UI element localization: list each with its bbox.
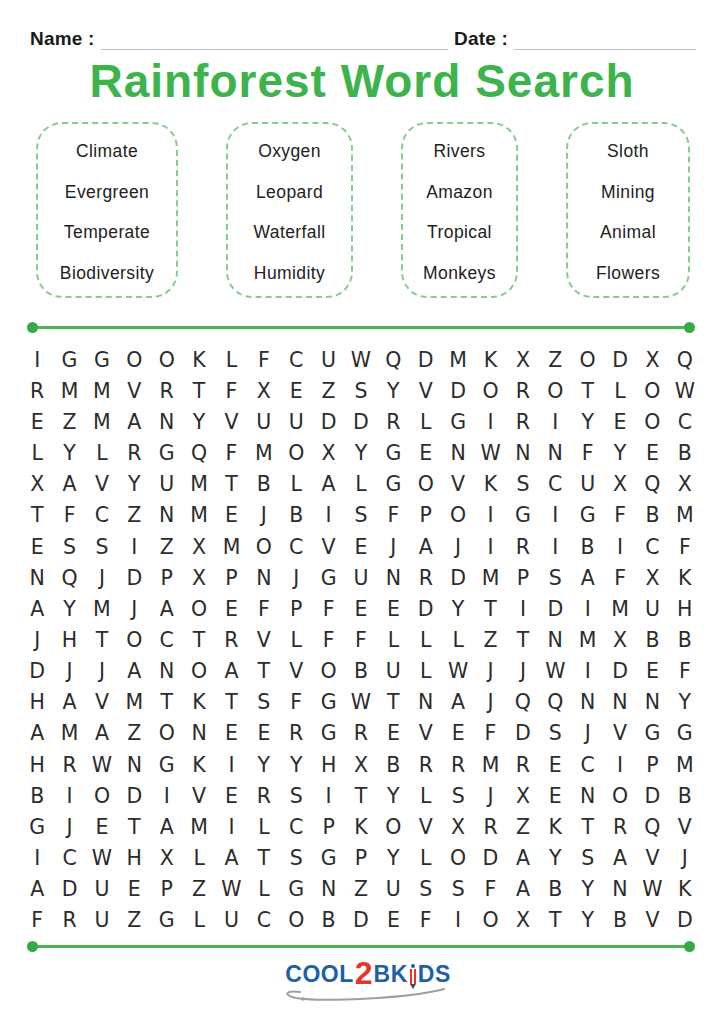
grid-cell[interactable]: K xyxy=(183,687,215,718)
grid-cell[interactable]: R xyxy=(507,375,539,406)
grid-cell[interactable]: A xyxy=(442,687,474,718)
grid-cell[interactable]: Y xyxy=(183,406,215,437)
grid-cell[interactable]: X xyxy=(604,469,636,500)
grid-cell[interactable]: J xyxy=(248,500,280,531)
grid-cell[interactable]: Y xyxy=(604,437,636,468)
grid-cell[interactable]: L xyxy=(345,469,377,500)
grid-cell[interactable]: L xyxy=(280,469,312,500)
grid-cell[interactable]: N xyxy=(571,780,603,811)
grid-cell[interactable]: J xyxy=(442,531,474,562)
grid-cell[interactable]: F xyxy=(53,500,85,531)
grid-cell[interactable]: V xyxy=(183,780,215,811)
grid-cell[interactable]: N xyxy=(604,687,636,718)
grid-cell[interactable]: X xyxy=(604,624,636,655)
grid-cell[interactable]: J xyxy=(474,780,506,811)
grid-cell[interactable]: K xyxy=(183,749,215,780)
grid-cell[interactable]: M xyxy=(571,624,603,655)
grid-cell[interactable]: J xyxy=(474,656,506,687)
grid-cell[interactable]: S xyxy=(345,375,377,406)
grid-cell[interactable]: A xyxy=(53,469,85,500)
grid-cell[interactable]: T xyxy=(86,624,118,655)
grid-cell[interactable]: H xyxy=(21,687,53,718)
grid-cell[interactable]: M xyxy=(442,344,474,375)
grid-cell[interactable]: A xyxy=(312,469,344,500)
grid-cell[interactable]: A xyxy=(151,811,183,842)
grid-cell[interactable]: D xyxy=(345,905,377,936)
grid-cell[interactable]: Z xyxy=(539,344,571,375)
grid-cell[interactable]: S xyxy=(539,562,571,593)
grid-cell[interactable]: O xyxy=(636,406,668,437)
grid-cell[interactable]: R xyxy=(345,718,377,749)
grid-cell[interactable]: I xyxy=(604,531,636,562)
grid-cell[interactable]: J xyxy=(571,718,603,749)
grid-cell[interactable]: F xyxy=(248,344,280,375)
grid-cell[interactable]: O xyxy=(248,531,280,562)
grid-cell[interactable]: L xyxy=(248,811,280,842)
grid-cell[interactable]: T xyxy=(248,656,280,687)
grid-cell[interactable]: B xyxy=(571,531,603,562)
grid-cell[interactable]: H xyxy=(21,749,53,780)
grid-cell[interactable]: Y xyxy=(377,843,409,874)
grid-cell[interactable]: V xyxy=(86,469,118,500)
grid-cell[interactable]: E xyxy=(215,500,247,531)
grid-cell[interactable]: G xyxy=(151,437,183,468)
grid-cell[interactable]: A xyxy=(53,687,85,718)
grid-cell[interactable]: P xyxy=(345,843,377,874)
grid-cell[interactable]: O xyxy=(183,656,215,687)
grid-cell[interactable]: R xyxy=(280,718,312,749)
grid-cell[interactable]: R xyxy=(507,749,539,780)
grid-cell[interactable]: E xyxy=(248,718,280,749)
grid-cell[interactable]: O xyxy=(571,344,603,375)
grid-cell[interactable]: M xyxy=(669,749,701,780)
grid-cell[interactable]: E xyxy=(215,780,247,811)
grid-cell[interactable]: S xyxy=(571,843,603,874)
grid-cell[interactable]: O xyxy=(474,905,506,936)
grid-cell[interactable]: N xyxy=(410,687,442,718)
grid-cell[interactable]: A xyxy=(21,718,53,749)
grid-cell[interactable]: W xyxy=(86,843,118,874)
grid-cell[interactable]: W xyxy=(442,656,474,687)
grid-cell[interactable]: N xyxy=(377,562,409,593)
grid-cell[interactable]: P xyxy=(410,500,442,531)
grid-cell[interactable]: E xyxy=(410,437,442,468)
grid-cell[interactable]: F xyxy=(474,874,506,905)
grid-cell[interactable]: D xyxy=(539,593,571,624)
grid-cell[interactable]: I xyxy=(21,344,53,375)
grid-cell[interactable]: O xyxy=(280,437,312,468)
grid-cell[interactable]: Y xyxy=(442,593,474,624)
grid-cell[interactable]: T xyxy=(118,811,150,842)
grid-cell[interactable]: V xyxy=(118,375,150,406)
grid-cell[interactable]: D xyxy=(636,780,668,811)
grid-cell[interactable]: V xyxy=(410,718,442,749)
grid-cell[interactable]: E xyxy=(636,656,668,687)
grid-cell[interactable]: O xyxy=(604,780,636,811)
grid-cell[interactable]: X xyxy=(636,344,668,375)
grid-cell[interactable]: I xyxy=(539,500,571,531)
grid-cell[interactable]: F xyxy=(312,624,344,655)
grid-cell[interactable]: M xyxy=(183,500,215,531)
grid-cell[interactable]: V xyxy=(312,531,344,562)
grid-cell[interactable]: F xyxy=(604,562,636,593)
grid-cell[interactable]: F xyxy=(280,687,312,718)
grid-cell[interactable]: N xyxy=(571,687,603,718)
grid-cell[interactable]: H xyxy=(118,843,150,874)
grid-cell[interactable]: S xyxy=(442,780,474,811)
grid-cell[interactable]: K xyxy=(474,344,506,375)
grid-cell[interactable]: I xyxy=(118,531,150,562)
grid-cell[interactable]: A xyxy=(604,843,636,874)
grid-cell[interactable]: X xyxy=(636,562,668,593)
grid-cell[interactable]: W xyxy=(215,874,247,905)
grid-cell[interactable]: D xyxy=(312,406,344,437)
grid-cell[interactable]: L xyxy=(86,437,118,468)
grid-cell[interactable]: X xyxy=(151,843,183,874)
grid-cell[interactable]: X xyxy=(345,749,377,780)
grid-cell[interactable]: R xyxy=(53,905,85,936)
grid-cell[interactable]: K xyxy=(345,811,377,842)
grid-cell[interactable]: A xyxy=(507,874,539,905)
grid-cell[interactable]: R xyxy=(410,749,442,780)
grid-cell[interactable]: G xyxy=(442,406,474,437)
grid-cell[interactable]: J xyxy=(118,593,150,624)
grid-cell[interactable]: C xyxy=(571,749,603,780)
grid-cell[interactable]: O xyxy=(442,500,474,531)
grid-cell[interactable]: V xyxy=(636,843,668,874)
grid-cell[interactable]: G xyxy=(312,687,344,718)
grid-cell[interactable]: L xyxy=(410,656,442,687)
grid-cell[interactable]: Z xyxy=(151,531,183,562)
grid-cell[interactable]: O xyxy=(636,375,668,406)
grid-cell[interactable]: P xyxy=(280,593,312,624)
grid-cell[interactable]: O xyxy=(86,780,118,811)
grid-cell[interactable]: K xyxy=(183,344,215,375)
grid-cell[interactable]: Y xyxy=(280,749,312,780)
grid-cell[interactable]: B xyxy=(248,469,280,500)
grid-cell[interactable]: N xyxy=(151,406,183,437)
grid-cell[interactable]: Q xyxy=(669,344,701,375)
grid-cell[interactable]: U xyxy=(377,656,409,687)
grid-cell[interactable]: R xyxy=(21,375,53,406)
grid-cell[interactable]: M xyxy=(86,375,118,406)
grid-cell[interactable]: B xyxy=(669,624,701,655)
grid-cell[interactable]: U xyxy=(345,562,377,593)
grid-cell[interactable]: E xyxy=(604,406,636,437)
grid-cell[interactable]: Y xyxy=(571,874,603,905)
grid-cell[interactable]: A xyxy=(410,531,442,562)
date-input-line[interactable] xyxy=(514,30,696,50)
grid-cell[interactable]: B xyxy=(345,656,377,687)
grid-cell[interactable]: I xyxy=(604,749,636,780)
grid-cell[interactable]: U xyxy=(377,874,409,905)
grid-cell[interactable]: G xyxy=(377,437,409,468)
grid-cell[interactable]: T xyxy=(539,905,571,936)
grid-cell[interactable]: E xyxy=(442,718,474,749)
grid-cell[interactable]: D xyxy=(53,874,85,905)
grid-cell[interactable]: V xyxy=(86,687,118,718)
grid-cell[interactable]: R xyxy=(410,562,442,593)
grid-cell[interactable]: L xyxy=(410,624,442,655)
grid-cell[interactable]: R xyxy=(215,624,247,655)
grid-cell[interactable]: M xyxy=(183,469,215,500)
grid-cell[interactable]: O xyxy=(118,624,150,655)
grid-cell[interactable]: D xyxy=(474,843,506,874)
grid-cell[interactable]: L xyxy=(442,624,474,655)
grid-cell[interactable]: I xyxy=(21,843,53,874)
grid-cell[interactable]: J xyxy=(53,811,85,842)
grid-cell[interactable]: F xyxy=(571,437,603,468)
grid-cell[interactable]: P xyxy=(151,562,183,593)
grid-cell[interactable]: Z xyxy=(118,905,150,936)
grid-cell[interactable]: S xyxy=(507,469,539,500)
grid-cell[interactable]: V xyxy=(215,406,247,437)
grid-cell[interactable]: L xyxy=(377,624,409,655)
grid-cell[interactable]: B xyxy=(280,500,312,531)
grid-cell[interactable]: E xyxy=(539,780,571,811)
grid-cell[interactable]: L xyxy=(410,780,442,811)
grid-cell[interactable]: R xyxy=(118,437,150,468)
grid-cell[interactable]: D xyxy=(442,562,474,593)
grid-cell[interactable]: X xyxy=(507,905,539,936)
grid-cell[interactable]: T xyxy=(507,624,539,655)
grid-cell[interactable]: A xyxy=(118,406,150,437)
grid-cell[interactable]: F xyxy=(669,531,701,562)
grid-cell[interactable]: U xyxy=(312,344,344,375)
grid-cell[interactable]: X xyxy=(312,437,344,468)
grid-cell[interactable]: M xyxy=(53,375,85,406)
grid-cell[interactable]: E xyxy=(215,593,247,624)
grid-cell[interactable]: T xyxy=(571,811,603,842)
grid-cell[interactable]: G xyxy=(571,500,603,531)
grid-cell[interactable]: I xyxy=(507,593,539,624)
grid-cell[interactable]: G xyxy=(312,562,344,593)
grid-cell[interactable]: P xyxy=(312,811,344,842)
grid-cell[interactable]: B xyxy=(636,500,668,531)
grid-cell[interactable]: I xyxy=(474,500,506,531)
grid-cell[interactable]: R xyxy=(442,749,474,780)
grid-cell[interactable]: D xyxy=(604,656,636,687)
grid-cell[interactable]: R xyxy=(474,811,506,842)
grid-cell[interactable]: Q xyxy=(539,687,571,718)
grid-cell[interactable]: T xyxy=(151,687,183,718)
grid-cell[interactable]: A xyxy=(215,843,247,874)
grid-cell[interactable]: U xyxy=(636,593,668,624)
grid-cell[interactable]: H xyxy=(669,593,701,624)
grid-cell[interactable]: I xyxy=(539,406,571,437)
grid-cell[interactable]: W xyxy=(86,749,118,780)
grid-cell[interactable]: Z xyxy=(345,874,377,905)
grid-cell[interactable]: U xyxy=(215,905,247,936)
grid-cell[interactable]: W xyxy=(345,344,377,375)
grid-cell[interactable]: G xyxy=(312,843,344,874)
grid-cell[interactable]: I xyxy=(312,500,344,531)
grid-cell[interactable]: N xyxy=(539,437,571,468)
grid-cell[interactable]: X xyxy=(442,811,474,842)
grid-cell[interactable]: E xyxy=(636,437,668,468)
grid-cell[interactable]: P xyxy=(636,749,668,780)
grid-cell[interactable]: E xyxy=(118,874,150,905)
grid-cell[interactable]: A xyxy=(507,843,539,874)
grid-cell[interactable]: M xyxy=(604,593,636,624)
grid-cell[interactable]: L xyxy=(248,874,280,905)
grid-cell[interactable]: J xyxy=(669,843,701,874)
grid-cell[interactable]: U xyxy=(86,905,118,936)
grid-cell[interactable]: C xyxy=(280,344,312,375)
grid-cell[interactable]: D xyxy=(604,344,636,375)
grid-cell[interactable]: F xyxy=(604,500,636,531)
grid-cell[interactable]: L xyxy=(183,905,215,936)
grid-cell[interactable]: O xyxy=(118,344,150,375)
grid-cell[interactable]: T xyxy=(248,843,280,874)
grid-cell[interactable]: N xyxy=(118,749,150,780)
grid-cell[interactable]: Z xyxy=(118,500,150,531)
grid-cell[interactable]: Y xyxy=(53,437,85,468)
grid-cell[interactable]: Y xyxy=(377,780,409,811)
grid-cell[interactable]: V xyxy=(280,656,312,687)
grid-cell[interactable]: F xyxy=(248,593,280,624)
grid-cell[interactable]: O xyxy=(474,375,506,406)
grid-cell[interactable]: G xyxy=(507,500,539,531)
grid-cell[interactable]: R xyxy=(151,375,183,406)
grid-cell[interactable]: W xyxy=(345,687,377,718)
grid-cell[interactable]: M xyxy=(183,811,215,842)
grid-cell[interactable]: G xyxy=(21,811,53,842)
grid-cell[interactable]: T xyxy=(377,687,409,718)
grid-cell[interactable]: D xyxy=(118,562,150,593)
grid-cell[interactable]: N xyxy=(151,656,183,687)
grid-cell[interactable]: F xyxy=(312,593,344,624)
grid-cell[interactable]: I xyxy=(474,406,506,437)
name-input-line[interactable] xyxy=(101,30,448,50)
grid-cell[interactable]: N xyxy=(442,437,474,468)
grid-cell[interactable]: I xyxy=(474,531,506,562)
grid-cell[interactable]: D xyxy=(442,375,474,406)
grid-cell[interactable]: T xyxy=(345,780,377,811)
grid-cell[interactable]: D xyxy=(507,718,539,749)
grid-cell[interactable]: M xyxy=(474,749,506,780)
grid-cell[interactable]: Z xyxy=(312,375,344,406)
grid-cell[interactable]: A xyxy=(571,562,603,593)
grid-cell[interactable]: O xyxy=(312,656,344,687)
grid-cell[interactable]: Q xyxy=(507,687,539,718)
grid-cell[interactable]: N xyxy=(636,687,668,718)
grid-cell[interactable]: U xyxy=(86,874,118,905)
grid-cell[interactable]: C xyxy=(53,843,85,874)
grid-cell[interactable]: P xyxy=(215,562,247,593)
grid-cell[interactable]: Y xyxy=(118,469,150,500)
grid-cell[interactable]: R xyxy=(507,406,539,437)
grid-cell[interactable]: I xyxy=(151,780,183,811)
grid-cell[interactable]: G xyxy=(636,718,668,749)
grid-cell[interactable]: B xyxy=(636,624,668,655)
grid-cell[interactable]: R xyxy=(248,780,280,811)
grid-cell[interactable]: J xyxy=(377,531,409,562)
grid-cell[interactable]: L xyxy=(280,624,312,655)
grid-cell[interactable]: U xyxy=(151,469,183,500)
grid-cell[interactable]: G xyxy=(53,344,85,375)
grid-cell[interactable]: U xyxy=(571,469,603,500)
grid-cell[interactable]: L xyxy=(183,843,215,874)
grid-cell[interactable]: N xyxy=(21,562,53,593)
grid-cell[interactable]: O xyxy=(410,469,442,500)
grid-cell[interactable]: S xyxy=(442,874,474,905)
grid-cell[interactable]: M xyxy=(669,500,701,531)
grid-cell[interactable]: N xyxy=(507,437,539,468)
grid-cell[interactable]: K xyxy=(669,562,701,593)
grid-cell[interactable]: X xyxy=(507,780,539,811)
grid-cell[interactable]: X xyxy=(507,344,539,375)
grid-cell[interactable]: J xyxy=(21,624,53,655)
grid-cell[interactable]: M xyxy=(53,718,85,749)
grid-cell[interactable]: G xyxy=(151,905,183,936)
grid-cell[interactable]: T xyxy=(215,687,247,718)
grid-cell[interactable]: O xyxy=(151,718,183,749)
grid-cell[interactable]: W xyxy=(669,375,701,406)
grid-cell[interactable]: W xyxy=(539,656,571,687)
grid-cell[interactable]: C xyxy=(280,531,312,562)
grid-cell[interactable]: B xyxy=(604,905,636,936)
grid-cell[interactable]: G xyxy=(151,749,183,780)
grid-cell[interactable]: J xyxy=(86,562,118,593)
grid-cell[interactable]: I xyxy=(442,905,474,936)
grid-cell[interactable]: A xyxy=(118,656,150,687)
grid-cell[interactable]: D xyxy=(669,905,701,936)
grid-cell[interactable]: I xyxy=(312,780,344,811)
grid-cell[interactable]: F xyxy=(669,656,701,687)
grid-cell[interactable]: P xyxy=(151,874,183,905)
grid-cell[interactable]: C xyxy=(248,905,280,936)
grid-cell[interactable]: C xyxy=(151,624,183,655)
grid-cell[interactable]: S xyxy=(248,687,280,718)
grid-cell[interactable]: C xyxy=(280,811,312,842)
grid-cell[interactable]: E xyxy=(21,406,53,437)
grid-cell[interactable]: X xyxy=(183,531,215,562)
grid-cell[interactable]: A xyxy=(215,656,247,687)
grid-cell[interactable]: Z xyxy=(53,406,85,437)
grid-cell[interactable]: B xyxy=(669,780,701,811)
grid-cell[interactable]: W xyxy=(474,437,506,468)
grid-cell[interactable]: D xyxy=(118,780,150,811)
grid-cell[interactable]: L xyxy=(410,406,442,437)
grid-cell[interactable]: S xyxy=(280,843,312,874)
grid-cell[interactable]: B xyxy=(377,749,409,780)
grid-cell[interactable]: E xyxy=(539,749,571,780)
grid-cell[interactable]: O xyxy=(183,593,215,624)
grid-cell[interactable]: T xyxy=(21,500,53,531)
grid-cell[interactable]: Z xyxy=(118,718,150,749)
grid-cell[interactable]: S xyxy=(345,500,377,531)
grid-cell[interactable]: U xyxy=(248,406,280,437)
grid-cell[interactable]: T xyxy=(571,375,603,406)
grid-cell[interactable]: Y xyxy=(571,406,603,437)
grid-cell[interactable]: Q xyxy=(183,437,215,468)
grid-cell[interactable]: E xyxy=(215,718,247,749)
grid-cell[interactable]: V xyxy=(636,905,668,936)
grid-cell[interactable]: F xyxy=(215,437,247,468)
grid-cell[interactable]: N xyxy=(183,718,215,749)
grid-cell[interactable]: F xyxy=(21,905,53,936)
grid-cell[interactable]: X xyxy=(248,375,280,406)
grid-cell[interactable]: N xyxy=(248,562,280,593)
grid-cell[interactable]: M xyxy=(215,531,247,562)
grid-cell[interactable]: Y xyxy=(53,593,85,624)
grid-cell[interactable]: J xyxy=(507,656,539,687)
grid-cell[interactable]: M xyxy=(118,687,150,718)
grid-cell[interactable]: N xyxy=(604,874,636,905)
grid-cell[interactable]: A xyxy=(86,718,118,749)
grid-cell[interactable]: B xyxy=(312,905,344,936)
